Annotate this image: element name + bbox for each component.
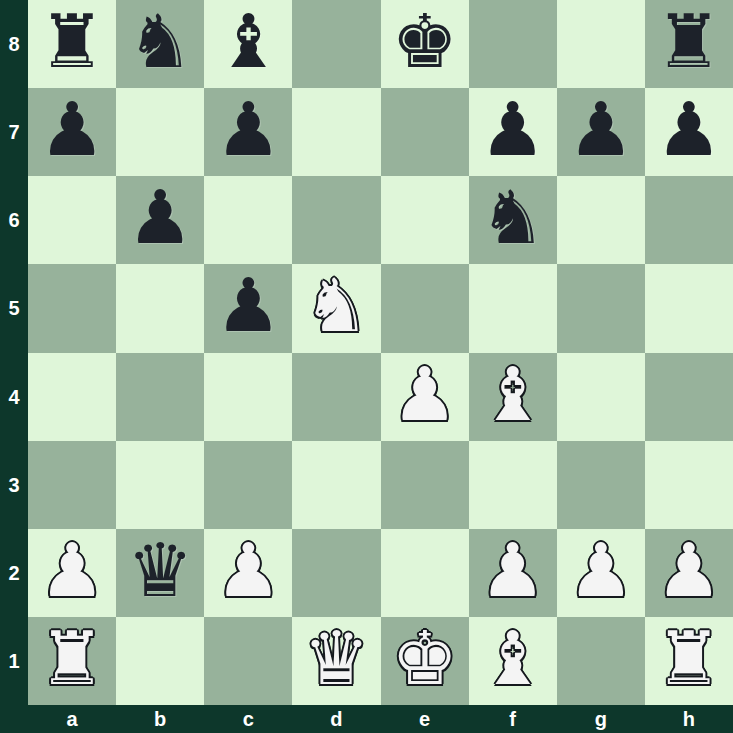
file-label-d: d bbox=[292, 705, 380, 733]
file-label-a: a bbox=[28, 705, 116, 733]
piece-white-knight[interactable]: ♞ bbox=[303, 268, 369, 342]
rank-label-2: 2 bbox=[0, 529, 28, 617]
piece-black-queen[interactable]: ♛ bbox=[127, 533, 193, 607]
square-a4[interactable] bbox=[28, 353, 116, 441]
square-a6[interactable] bbox=[28, 176, 116, 264]
square-d7[interactable] bbox=[292, 88, 380, 176]
piece-black-knight[interactable]: ♞ bbox=[127, 4, 193, 78]
square-d2[interactable] bbox=[292, 529, 380, 617]
rank-label-6: 6 bbox=[0, 176, 28, 264]
square-c1[interactable] bbox=[204, 617, 292, 705]
rank-label-1: 1 bbox=[0, 617, 28, 705]
file-label-g: g bbox=[557, 705, 645, 733]
rank-label-5: 5 bbox=[0, 264, 28, 352]
piece-black-pawn[interactable]: ♟ bbox=[656, 92, 722, 166]
square-g3[interactable] bbox=[557, 441, 645, 529]
square-f6[interactable]: ♞ bbox=[469, 176, 557, 264]
rank-label-7: 7 bbox=[0, 88, 28, 176]
square-c3[interactable] bbox=[204, 441, 292, 529]
piece-white-bishop[interactable]: ♝ bbox=[480, 621, 546, 695]
piece-black-pawn[interactable]: ♟ bbox=[215, 92, 281, 166]
rank-label-4: 4 bbox=[0, 353, 28, 441]
square-b3[interactable] bbox=[116, 441, 204, 529]
square-c5[interactable]: ♟ bbox=[204, 264, 292, 352]
square-g1[interactable] bbox=[557, 617, 645, 705]
square-g5[interactable] bbox=[557, 264, 645, 352]
square-c4[interactable] bbox=[204, 353, 292, 441]
square-a2[interactable]: ♟ bbox=[28, 529, 116, 617]
chess-board: 8♜♞♝♚♜7♟♟♟♟♟6♟♞5♟♞4♟♝32♟♛♟♟♟♟1♜♛♚♝♜abcde… bbox=[0, 0, 733, 733]
square-e7[interactable] bbox=[381, 88, 469, 176]
piece-black-pawn[interactable]: ♟ bbox=[568, 92, 634, 166]
square-b4[interactable] bbox=[116, 353, 204, 441]
square-a5[interactable] bbox=[28, 264, 116, 352]
square-h7[interactable]: ♟ bbox=[645, 88, 733, 176]
square-a7[interactable]: ♟ bbox=[28, 88, 116, 176]
square-e5[interactable] bbox=[381, 264, 469, 352]
piece-black-rook[interactable]: ♜ bbox=[656, 4, 722, 78]
rank-label-3: 3 bbox=[0, 441, 28, 529]
square-h6[interactable] bbox=[645, 176, 733, 264]
piece-white-pawn[interactable]: ♟ bbox=[391, 357, 457, 431]
piece-white-pawn[interactable]: ♟ bbox=[480, 533, 546, 607]
piece-black-bishop[interactable]: ♝ bbox=[215, 4, 281, 78]
square-b7[interactable] bbox=[116, 88, 204, 176]
square-d5[interactable]: ♞ bbox=[292, 264, 380, 352]
square-f2[interactable]: ♟ bbox=[469, 529, 557, 617]
piece-black-king[interactable]: ♚ bbox=[391, 4, 457, 78]
piece-white-pawn[interactable]: ♟ bbox=[215, 533, 281, 607]
square-d4[interactable] bbox=[292, 353, 380, 441]
square-f3[interactable] bbox=[469, 441, 557, 529]
square-f4[interactable]: ♝ bbox=[469, 353, 557, 441]
square-a1[interactable]: ♜ bbox=[28, 617, 116, 705]
square-d1[interactable]: ♛ bbox=[292, 617, 380, 705]
square-d3[interactable] bbox=[292, 441, 380, 529]
square-c6[interactable] bbox=[204, 176, 292, 264]
file-label-e: e bbox=[381, 705, 469, 733]
piece-black-rook[interactable]: ♜ bbox=[39, 4, 105, 78]
square-b8[interactable]: ♞ bbox=[116, 0, 204, 88]
square-h3[interactable] bbox=[645, 441, 733, 529]
piece-white-pawn[interactable]: ♟ bbox=[568, 533, 634, 607]
piece-black-pawn[interactable]: ♟ bbox=[127, 180, 193, 254]
piece-white-queen[interactable]: ♛ bbox=[303, 621, 369, 695]
square-b2[interactable]: ♛ bbox=[116, 529, 204, 617]
square-g4[interactable] bbox=[557, 353, 645, 441]
square-g7[interactable]: ♟ bbox=[557, 88, 645, 176]
square-d6[interactable] bbox=[292, 176, 380, 264]
piece-black-knight[interactable]: ♞ bbox=[480, 180, 546, 254]
square-h5[interactable] bbox=[645, 264, 733, 352]
piece-white-pawn[interactable]: ♟ bbox=[656, 533, 722, 607]
square-b5[interactable] bbox=[116, 264, 204, 352]
file-label-b: b bbox=[116, 705, 204, 733]
file-label-c: c bbox=[204, 705, 292, 733]
square-g8[interactable] bbox=[557, 0, 645, 88]
piece-white-rook[interactable]: ♜ bbox=[656, 621, 722, 695]
square-c8[interactable]: ♝ bbox=[204, 0, 292, 88]
square-g2[interactable]: ♟ bbox=[557, 529, 645, 617]
square-a3[interactable] bbox=[28, 441, 116, 529]
square-h2[interactable]: ♟ bbox=[645, 529, 733, 617]
square-d8[interactable] bbox=[292, 0, 380, 88]
piece-white-king[interactable]: ♚ bbox=[391, 621, 457, 695]
square-c7[interactable]: ♟ bbox=[204, 88, 292, 176]
square-f8[interactable] bbox=[469, 0, 557, 88]
piece-black-pawn[interactable]: ♟ bbox=[39, 92, 105, 166]
square-a8[interactable]: ♜ bbox=[28, 0, 116, 88]
square-h4[interactable] bbox=[645, 353, 733, 441]
corner-spacer bbox=[0, 705, 28, 733]
square-e4[interactable]: ♟ bbox=[381, 353, 469, 441]
rank-label-8: 8 bbox=[0, 0, 28, 88]
piece-black-pawn[interactable]: ♟ bbox=[480, 92, 546, 166]
square-c2[interactable]: ♟ bbox=[204, 529, 292, 617]
square-e6[interactable] bbox=[381, 176, 469, 264]
square-e1[interactable]: ♚ bbox=[381, 617, 469, 705]
piece-white-pawn[interactable]: ♟ bbox=[39, 533, 105, 607]
square-f5[interactable] bbox=[469, 264, 557, 352]
piece-white-rook[interactable]: ♜ bbox=[39, 621, 105, 695]
square-f7[interactable]: ♟ bbox=[469, 88, 557, 176]
square-e2[interactable] bbox=[381, 529, 469, 617]
piece-black-pawn[interactable]: ♟ bbox=[215, 268, 281, 342]
file-label-f: f bbox=[469, 705, 557, 733]
piece-white-bishop[interactable]: ♝ bbox=[480, 357, 546, 431]
square-h1[interactable]: ♜ bbox=[645, 617, 733, 705]
square-b1[interactable] bbox=[116, 617, 204, 705]
file-label-h: h bbox=[645, 705, 733, 733]
square-g6[interactable] bbox=[557, 176, 645, 264]
square-f1[interactable]: ♝ bbox=[469, 617, 557, 705]
square-e3[interactable] bbox=[381, 441, 469, 529]
square-b6[interactable]: ♟ bbox=[116, 176, 204, 264]
square-h8[interactable]: ♜ bbox=[645, 0, 733, 88]
square-e8[interactable]: ♚ bbox=[381, 0, 469, 88]
